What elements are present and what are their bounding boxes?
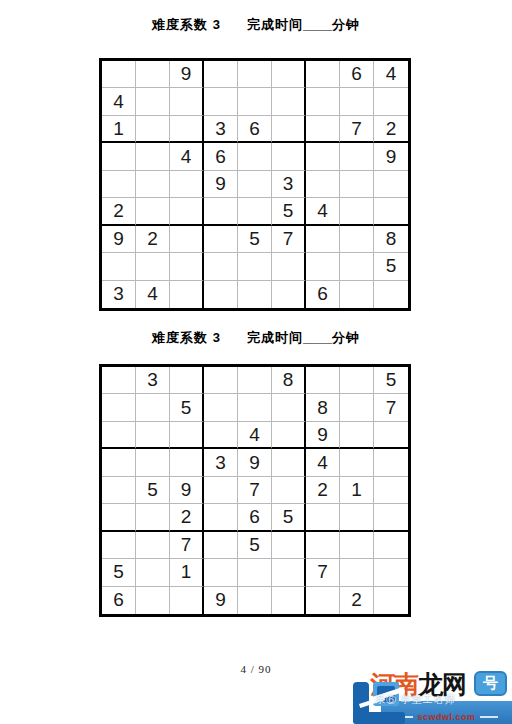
sudoku-cell-r8c8[interactable] xyxy=(340,559,374,586)
sudoku-cell-r1c3: 9 xyxy=(170,61,204,88)
sudoku-cell-r6c5[interactable] xyxy=(238,198,272,225)
sudoku-cell-r5c4: 9 xyxy=(204,171,238,198)
sudoku-cell-r5c7[interactable] xyxy=(306,171,340,198)
sudoku-cell-r7c6[interactable] xyxy=(272,532,306,559)
sudoku-cell-r1c2: 3 xyxy=(136,367,170,394)
sudoku-cell-r4c1[interactable] xyxy=(102,449,136,476)
sudoku-cell-r4c9: 9 xyxy=(374,143,408,170)
sudoku-cell-r5c1[interactable] xyxy=(102,477,136,504)
sudoku-cell-r1c8[interactable] xyxy=(340,367,374,394)
sudoku-cell-r2c2[interactable] xyxy=(136,394,170,421)
difficulty-label: 难度系数 3 xyxy=(152,17,221,32)
sudoku-cell-r8c5[interactable] xyxy=(238,559,272,586)
sudoku-cell-r8c7: 7 xyxy=(306,559,340,586)
dash-line xyxy=(480,716,498,718)
sudoku-cell-r5c1[interactable] xyxy=(102,171,136,198)
sudoku-cell-r7c3[interactable] xyxy=(170,226,204,253)
sudoku-cell-r7c7[interactable] xyxy=(306,532,340,559)
sudoku-cell-r1c9: 5 xyxy=(374,367,408,394)
sudoku-cell-r9c7: 6 xyxy=(306,281,340,308)
sudoku-cell-r5c4[interactable] xyxy=(204,477,238,504)
puzzle-1-title: 难度系数 3完成时间____分钟 xyxy=(0,16,512,34)
sudoku-cell-r7c5: 5 xyxy=(238,532,272,559)
sudoku-cell-r3c4[interactable] xyxy=(204,422,238,449)
sudoku-cell-r1c1[interactable] xyxy=(102,61,136,88)
sudoku-cell-r2c7: 8 xyxy=(306,394,340,421)
sudoku-cell-r2c1: 4 xyxy=(102,88,136,115)
sudoku-cell-r4c9[interactable] xyxy=(374,449,408,476)
sudoku-cell-r2c5[interactable] xyxy=(238,394,272,421)
site-watermark: scwdwl.com 河南龙网 号 亲⑥ 学堂工名师 xyxy=(353,658,512,724)
sudoku-cell-r7c8[interactable] xyxy=(340,532,374,559)
difficulty-label: 难度系数 3 xyxy=(152,330,221,345)
sudoku-cell-r5c5[interactable] xyxy=(238,171,272,198)
time-blank-line: ____ xyxy=(303,330,332,345)
sudoku-cell-r5c5: 7 xyxy=(238,477,272,504)
sudoku-cell-r4c5[interactable] xyxy=(238,143,272,170)
sudoku-cell-r9c5[interactable] xyxy=(238,281,272,308)
sudoku-cell-r4c6[interactable] xyxy=(272,449,306,476)
sudoku-cell-r4c4: 3 xyxy=(204,449,238,476)
sudoku-cell-r3c2[interactable] xyxy=(136,116,170,143)
sudoku-cell-r3c5: 6 xyxy=(238,116,272,143)
sudoku-cell-r3c7: 9 xyxy=(306,422,340,449)
sudoku-cell-r8c4[interactable] xyxy=(204,559,238,586)
sudoku-cell-r6c4[interactable] xyxy=(204,198,238,225)
sudoku-cell-r9c6[interactable] xyxy=(272,281,306,308)
sudoku-cell-r9c2[interactable] xyxy=(136,587,170,614)
sudoku-cell-r8c4[interactable] xyxy=(204,253,238,280)
sudoku-cell-r7c7[interactable] xyxy=(306,226,340,253)
sudoku-cell-r8c9[interactable] xyxy=(374,559,408,586)
sudoku-cell-r4c8[interactable] xyxy=(340,143,374,170)
time-unit-label: 分钟 xyxy=(332,17,360,32)
sudoku-cell-r9c8: 2 xyxy=(340,587,374,614)
sudoku-cell-r4c2[interactable] xyxy=(136,143,170,170)
sudoku-cell-r5c7: 2 xyxy=(306,477,340,504)
sudoku-cell-r2c4[interactable] xyxy=(204,88,238,115)
sudoku-cell-r3c4: 3 xyxy=(204,116,238,143)
sudoku-cell-r5c6[interactable] xyxy=(272,477,306,504)
sudoku-cell-r5c3[interactable] xyxy=(170,171,204,198)
time-unit-label: 分钟 xyxy=(332,330,360,345)
sudoku-cell-r9c8[interactable] xyxy=(340,281,374,308)
sudoku-cell-r1c2[interactable] xyxy=(136,61,170,88)
sudoku-cell-r6c8[interactable] xyxy=(340,504,374,531)
sudoku-cell-r7c2: 2 xyxy=(136,226,170,253)
sudoku-cell-r7c8[interactable] xyxy=(340,226,374,253)
sudoku-cell-r9c5[interactable] xyxy=(238,587,272,614)
sudoku-cell-r1c1[interactable] xyxy=(102,367,136,394)
sudoku-cell-r3c2[interactable] xyxy=(136,422,170,449)
sudoku-cell-r7c2[interactable] xyxy=(136,532,170,559)
sudoku-cell-r6c3[interactable] xyxy=(170,198,204,225)
sudoku-cell-r3c6[interactable] xyxy=(272,422,306,449)
sudoku-cell-r3c1[interactable] xyxy=(102,422,136,449)
sudoku-cell-r8c3[interactable] xyxy=(170,253,204,280)
sudoku-cell-r7c4[interactable] xyxy=(204,226,238,253)
sudoku-cell-r8c2[interactable] xyxy=(136,253,170,280)
sudoku-cell-r8c9: 5 xyxy=(374,253,408,280)
sudoku-cell-r9c7[interactable] xyxy=(306,587,340,614)
sudoku-cell-r2c6[interactable] xyxy=(272,394,306,421)
sudoku-cell-r8c1[interactable] xyxy=(102,253,136,280)
sudoku-cell-r4c5: 9 xyxy=(238,449,272,476)
sudoku-cell-r8c5[interactable] xyxy=(238,253,272,280)
sudoku-cell-r8c6[interactable] xyxy=(272,253,306,280)
sudoku-cell-r4c7: 4 xyxy=(306,449,340,476)
sudoku-cell-r6c1[interactable] xyxy=(102,504,136,531)
sudoku-cell-r1c9: 4 xyxy=(374,61,408,88)
sudoku-cell-r2c9: 7 xyxy=(374,394,408,421)
sudoku-cell-r2c5[interactable] xyxy=(238,88,272,115)
sudoku-cell-r2c1[interactable] xyxy=(102,394,136,421)
sudoku-cell-r3c8: 7 xyxy=(340,116,374,143)
sudoku-cell-r1c6[interactable] xyxy=(272,61,306,88)
sudoku-cell-r5c9[interactable] xyxy=(374,477,408,504)
completion-time-label: 完成时间 xyxy=(247,17,303,32)
sudoku-cell-r2c3[interactable] xyxy=(170,88,204,115)
sudoku-cell-r1c4[interactable] xyxy=(204,61,238,88)
sudoku-cell-r5c2: 5 xyxy=(136,477,170,504)
time-blank-line: ____ xyxy=(303,17,332,32)
sudoku-cell-r1c7[interactable] xyxy=(306,61,340,88)
sudoku-cell-r9c3[interactable] xyxy=(170,281,204,308)
worksheet-page: 难度系数 3完成时间____分钟 96441367246993254925785… xyxy=(0,0,512,724)
sudoku-cell-r3c5: 4 xyxy=(238,422,272,449)
sudoku-cell-r4c8[interactable] xyxy=(340,449,374,476)
sudoku-cell-r8c8[interactable] xyxy=(340,253,374,280)
sudoku-cell-r4c6[interactable] xyxy=(272,143,306,170)
sudoku-cell-r9c1: 3 xyxy=(102,281,136,308)
sudoku-cell-r1c6: 8 xyxy=(272,367,306,394)
sudoku-cell-r3c9: 2 xyxy=(374,116,408,143)
sudoku-cell-r8c1: 5 xyxy=(102,559,136,586)
sudoku-cell-r5c3: 9 xyxy=(170,477,204,504)
sudoku-cell-r9c3[interactable] xyxy=(170,587,204,614)
sudoku-cell-r6c9[interactable] xyxy=(374,198,408,225)
completion-time-label: 完成时间 xyxy=(247,330,303,345)
sudoku-cell-r7c3: 7 xyxy=(170,532,204,559)
sudoku-cell-r1c5[interactable] xyxy=(238,61,272,88)
sudoku-cell-r7c5: 5 xyxy=(238,226,272,253)
sudoku-cell-r7c1: 9 xyxy=(102,226,136,253)
sudoku-cell-r2c4[interactable] xyxy=(204,394,238,421)
sudoku-cell-r2c7[interactable] xyxy=(306,88,340,115)
sudoku-cell-r9c9[interactable] xyxy=(374,587,408,614)
sudoku-cell-r3c9[interactable] xyxy=(374,422,408,449)
sudoku-cell-r4c1[interactable] xyxy=(102,143,136,170)
sudoku-cell-r6c5: 6 xyxy=(238,504,272,531)
sudoku-cell-r4c4: 6 xyxy=(204,143,238,170)
sudoku-cell-r8c7[interactable] xyxy=(306,253,340,280)
sudoku-cell-r6c1: 2 xyxy=(102,198,136,225)
sudoku-cell-r6c7: 4 xyxy=(306,198,340,225)
sudoku-cell-r5c2[interactable] xyxy=(136,171,170,198)
sudoku-cell-r5c8[interactable] xyxy=(340,171,374,198)
sudoku-cell-r9c9[interactable] xyxy=(374,281,408,308)
sudoku-cell-r6c4[interactable] xyxy=(204,504,238,531)
sudoku-cell-r2c9[interactable] xyxy=(374,88,408,115)
sudoku-cell-r6c7[interactable] xyxy=(306,504,340,531)
sudoku-cell-r9c4: 9 xyxy=(204,587,238,614)
sudoku-cell-r4c7[interactable] xyxy=(306,143,340,170)
sudoku-cell-r9c1: 6 xyxy=(102,587,136,614)
sudoku-cell-r2c3: 5 xyxy=(170,394,204,421)
sudoku-cell-r8c2[interactable] xyxy=(136,559,170,586)
sudoku-cell-r9c6[interactable] xyxy=(272,587,306,614)
sudoku-cell-r7c9: 8 xyxy=(374,226,408,253)
sudoku-cell-r7c6: 7 xyxy=(272,226,306,253)
sudoku-cell-r3c1: 1 xyxy=(102,116,136,143)
sudoku-cell-r4c3[interactable] xyxy=(170,449,204,476)
sudoku-cell-r2c2[interactable] xyxy=(136,88,170,115)
puzzle-2-title: 难度系数 3完成时间____分钟 xyxy=(0,329,512,347)
sudoku-cell-r3c3[interactable] xyxy=(170,422,204,449)
sudoku-cell-r2c8[interactable] xyxy=(340,394,374,421)
sudoku-cell-r9c2: 4 xyxy=(136,281,170,308)
sudoku-cell-r8c3: 1 xyxy=(170,559,204,586)
sudoku-cell-r2c6[interactable] xyxy=(272,88,306,115)
sudoku-cell-r2c8[interactable] xyxy=(340,88,374,115)
sudoku-board-1: 96441367246993254925785346 xyxy=(99,58,411,311)
sudoku-cell-r5c8: 1 xyxy=(340,477,374,504)
sudoku-cell-r4c2[interactable] xyxy=(136,449,170,476)
sudoku-cell-r1c5[interactable] xyxy=(238,367,272,394)
sudoku-cell-r6c9[interactable] xyxy=(374,504,408,531)
sudoku-cell-r7c4[interactable] xyxy=(204,532,238,559)
sudoku-cell-r3c7[interactable] xyxy=(306,116,340,143)
sudoku-cell-r1c4[interactable] xyxy=(204,367,238,394)
sudoku-cell-r1c8: 6 xyxy=(340,61,374,88)
sudoku-cell-r6c6: 5 xyxy=(272,504,306,531)
watermark-tagline: 亲⑥ 学堂工名师 xyxy=(375,693,505,707)
sudoku-cell-r1c3[interactable] xyxy=(170,367,204,394)
sudoku-cell-r6c3: 2 xyxy=(170,504,204,531)
sudoku-cell-r3c6[interactable] xyxy=(272,116,306,143)
sudoku-cell-r3c3[interactable] xyxy=(170,116,204,143)
sudoku-cell-r1c7[interactable] xyxy=(306,367,340,394)
sudoku-cell-r4c3: 4 xyxy=(170,143,204,170)
sudoku-cell-r9c4[interactable] xyxy=(204,281,238,308)
sudoku-board-2: 385587493945972126575517692 xyxy=(99,364,411,617)
sudoku-cell-r5c6: 3 xyxy=(272,171,306,198)
sudoku-cell-r3c8[interactable] xyxy=(340,422,374,449)
sudoku-cell-r5c9[interactable] xyxy=(374,171,408,198)
sudoku-cell-r6c2[interactable] xyxy=(136,504,170,531)
sudoku-cell-r7c9[interactable] xyxy=(374,532,408,559)
watermark-domain: scwdwl.com xyxy=(417,712,475,722)
sudoku-cell-r6c8[interactable] xyxy=(340,198,374,225)
sudoku-cell-r8c6[interactable] xyxy=(272,559,306,586)
sudoku-cell-r6c6: 5 xyxy=(272,198,306,225)
sudoku-cell-r6c2[interactable] xyxy=(136,198,170,225)
sudoku-cell-r7c1[interactable] xyxy=(102,532,136,559)
